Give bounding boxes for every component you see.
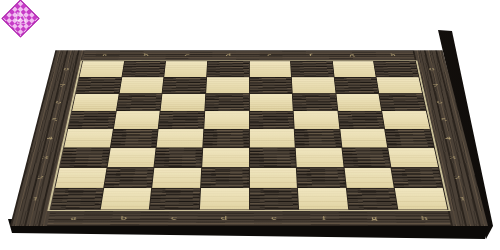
square-e8 <box>249 61 291 77</box>
square-a5 <box>68 111 115 129</box>
file-labels-bottom: abcdefgh <box>48 214 450 222</box>
square-h8 <box>374 61 418 77</box>
square-c6 <box>161 94 205 111</box>
file-label-g: g <box>349 214 400 222</box>
square-d2 <box>201 168 249 188</box>
file-label-h: h <box>372 52 414 57</box>
square-h2 <box>392 168 443 188</box>
square-e1 <box>249 188 298 209</box>
square-e7 <box>249 77 292 93</box>
product-photo-canvas: ♘ abcdefgh abcdefgh 87654321 87654321 <box>0 0 500 250</box>
square-g7 <box>334 77 378 93</box>
square-f1 <box>298 188 348 209</box>
file-label-d: d <box>199 214 249 222</box>
square-d8 <box>207 61 249 77</box>
square-e4 <box>249 129 294 147</box>
square-h6 <box>380 94 426 111</box>
square-a4 <box>64 129 112 147</box>
shop-logo: ♘ <box>1 0 39 38</box>
square-g2 <box>344 168 394 188</box>
knight-icon: ♘ <box>13 10 28 27</box>
square-h5 <box>382 111 429 129</box>
file-label-c: c <box>148 214 199 222</box>
square-c1 <box>150 188 200 209</box>
square-d1 <box>200 188 249 209</box>
board-squares <box>51 61 448 209</box>
square-f2 <box>297 168 346 188</box>
square-a6 <box>72 94 118 111</box>
square-h1 <box>395 188 447 209</box>
square-h3 <box>389 148 439 167</box>
square-b4 <box>110 129 157 147</box>
file-label-e: e <box>249 214 299 222</box>
square-c7 <box>163 77 206 93</box>
square-e5 <box>249 111 293 129</box>
square-c4 <box>157 129 203 147</box>
square-g5 <box>338 111 384 129</box>
square-e3 <box>249 148 295 167</box>
square-f5 <box>294 111 339 129</box>
file-label-c: c <box>166 52 208 57</box>
square-e6 <box>249 94 292 111</box>
square-c5 <box>159 111 204 129</box>
file-label-e: e <box>249 52 290 57</box>
square-d3 <box>202 148 248 167</box>
square-b3 <box>107 148 156 167</box>
square-f8 <box>291 61 333 77</box>
square-c8 <box>164 61 206 77</box>
square-f7 <box>292 77 335 93</box>
file-label-g: g <box>331 52 373 57</box>
square-h4 <box>385 129 433 147</box>
square-b2 <box>104 168 154 188</box>
square-b1 <box>100 188 151 209</box>
square-g6 <box>336 94 381 111</box>
square-a1 <box>51 188 103 209</box>
square-d4 <box>203 129 248 147</box>
square-a7 <box>76 77 121 93</box>
square-g4 <box>340 129 387 147</box>
square-a2 <box>55 168 106 188</box>
file-label-b: b <box>98 214 149 222</box>
square-b6 <box>116 94 161 111</box>
square-f4 <box>295 129 341 147</box>
square-d7 <box>206 77 249 93</box>
file-labels-top: abcdefgh <box>84 52 415 57</box>
file-label-a: a <box>48 214 100 222</box>
square-d6 <box>205 94 248 111</box>
file-label-h: h <box>399 214 451 222</box>
square-d5 <box>204 111 248 129</box>
square-f3 <box>296 148 344 167</box>
square-b5 <box>114 111 160 129</box>
square-a8 <box>80 61 124 77</box>
square-e2 <box>249 168 297 188</box>
square-h7 <box>377 77 422 93</box>
file-label-f: f <box>299 214 350 222</box>
square-b8 <box>122 61 165 77</box>
square-b7 <box>119 77 163 93</box>
square-c2 <box>152 168 201 188</box>
square-c3 <box>155 148 203 167</box>
file-label-a: a <box>84 52 126 57</box>
chessboard: abcdefgh abcdefgh 87654321 87654321 <box>10 50 488 226</box>
square-g8 <box>333 61 376 77</box>
square-g1 <box>347 188 398 209</box>
file-label-d: d <box>208 52 249 57</box>
file-label-b: b <box>125 52 167 57</box>
square-f6 <box>293 94 337 111</box>
square-g3 <box>342 148 391 167</box>
square-a3 <box>60 148 110 167</box>
file-label-f: f <box>290 52 332 57</box>
